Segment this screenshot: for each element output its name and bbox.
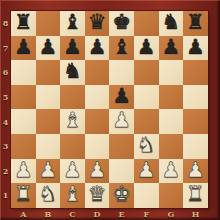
white-pawn-c2[interactable]: ♟ [63, 159, 82, 183]
square-e7[interactable]: ♝ [109, 36, 134, 61]
square-h4[interactable] [183, 109, 208, 134]
white-knight-f3[interactable]: ♞ [137, 134, 156, 158]
white-queen-d1[interactable]: ♛ [88, 183, 107, 207]
black-pawn-b7[interactable]: ♟ [38, 36, 57, 60]
rank-label-6: 6 [0, 60, 11, 85]
square-c4[interactable]: ♝ [60, 109, 85, 134]
square-b3[interactable] [36, 134, 61, 159]
square-a7[interactable]: ♟ [11, 36, 36, 61]
square-h7[interactable]: ♟ [183, 36, 208, 61]
black-pawn-h7[interactable]: ♟ [186, 36, 205, 60]
black-king-e8[interactable]: ♚ [112, 11, 131, 35]
square-b2[interactable]: ♟ [36, 159, 61, 184]
square-d8[interactable]: ♛ [85, 11, 110, 36]
black-pawn-e5[interactable]: ♟ [112, 85, 131, 109]
black-pawn-f7[interactable]: ♟ [137, 36, 156, 60]
black-pawn-g7[interactable]: ♟ [161, 36, 180, 60]
square-f4[interactable] [134, 109, 159, 134]
square-f8[interactable] [134, 11, 159, 36]
square-g3[interactable] [159, 134, 184, 159]
square-d5[interactable] [85, 85, 110, 110]
square-f7[interactable]: ♟ [134, 36, 159, 61]
square-g8[interactable]: ♞ [159, 11, 184, 36]
file-label-e: E [109, 208, 134, 220]
square-e5[interactable]: ♟ [109, 85, 134, 110]
white-bishop-c4[interactable]: ♝ [63, 109, 82, 133]
black-knight-c6[interactable]: ♞ [63, 60, 82, 84]
square-b5[interactable] [36, 85, 61, 110]
square-c3[interactable] [60, 134, 85, 159]
square-f2[interactable]: ♟ [134, 159, 159, 184]
square-h3[interactable] [183, 134, 208, 159]
rank-label-5: 5 [0, 85, 11, 110]
black-queen-d8[interactable]: ♛ [88, 11, 107, 35]
rank-label-7: 7 [0, 36, 11, 61]
square-g7[interactable]: ♟ [159, 36, 184, 61]
black-rook-a8[interactable]: ♜ [14, 11, 33, 35]
square-d7[interactable]: ♟ [85, 36, 110, 61]
square-f3[interactable]: ♞ [134, 134, 159, 159]
square-a6[interactable] [11, 60, 36, 85]
black-bishop-e7[interactable]: ♝ [112, 36, 131, 60]
square-d6[interactable] [85, 60, 110, 85]
square-f5[interactable] [134, 85, 159, 110]
rank-label-1: 1 [0, 183, 11, 208]
square-b1[interactable]: ♞ [36, 183, 61, 208]
rank-label-8: 8 [0, 11, 11, 36]
white-pawn-b2[interactable]: ♟ [38, 159, 57, 183]
black-knight-g8[interactable]: ♞ [161, 11, 180, 35]
file-label-g: G [159, 208, 184, 220]
square-e3[interactable] [109, 134, 134, 159]
square-h6[interactable] [183, 60, 208, 85]
white-pawn-f2[interactable]: ♟ [137, 159, 156, 183]
square-e8[interactable]: ♚ [109, 11, 134, 36]
square-g4[interactable] [159, 109, 184, 134]
white-pawn-e4[interactable]: ♟ [112, 109, 131, 133]
square-a5[interactable] [11, 85, 36, 110]
rank-label-4: 4 [0, 109, 11, 134]
white-king-e1[interactable]: ♚ [112, 183, 131, 207]
square-c1[interactable]: ♝ [60, 183, 85, 208]
white-pawn-d2[interactable]: ♟ [88, 159, 107, 183]
square-c5[interactable] [60, 85, 85, 110]
white-pawn-a2[interactable]: ♟ [14, 159, 33, 183]
square-g6[interactable] [159, 60, 184, 85]
chessboard: ♜♝♛♚♞♜♟♟♟♟♝♟♟♟♞♟♝♟♞♟♟♟♟♟♟♟♜♞♝♛♚♜ [11, 11, 208, 208]
white-pawn-h2[interactable]: ♟ [186, 159, 205, 183]
file-label-f: F [134, 208, 159, 220]
square-a8[interactable]: ♜ [11, 11, 36, 36]
square-f6[interactable] [134, 60, 159, 85]
square-c8[interactable]: ♝ [60, 11, 85, 36]
square-d1[interactable]: ♛ [85, 183, 110, 208]
black-pawn-a7[interactable]: ♟ [14, 36, 33, 60]
square-b7[interactable]: ♟ [36, 36, 61, 61]
rank-label-3: 3 [0, 134, 11, 159]
square-e4[interactable]: ♟ [109, 109, 134, 134]
square-b6[interactable] [36, 60, 61, 85]
file-label-h: H [183, 208, 208, 220]
black-pawn-c7[interactable]: ♟ [63, 36, 82, 60]
square-c7[interactable]: ♟ [60, 36, 85, 61]
rank-labels: 87654321 [0, 11, 11, 208]
square-c2[interactable]: ♟ [60, 159, 85, 184]
file-label-d: D [85, 208, 110, 220]
file-labels: ABCDEFGH [11, 208, 208, 220]
square-e6[interactable] [109, 60, 134, 85]
square-b4[interactable] [36, 109, 61, 134]
square-a4[interactable] [11, 109, 36, 134]
square-d3[interactable] [85, 134, 110, 159]
square-a3[interactable] [11, 134, 36, 159]
square-e2[interactable] [109, 159, 134, 184]
white-rook-a1[interactable]: ♜ [14, 183, 33, 207]
square-h2[interactable]: ♟ [183, 159, 208, 184]
square-a1[interactable]: ♜ [11, 183, 36, 208]
square-g2[interactable]: ♟ [159, 159, 184, 184]
white-rook-h1[interactable]: ♜ [186, 183, 205, 207]
square-d2[interactable]: ♟ [85, 159, 110, 184]
square-g1[interactable] [159, 183, 184, 208]
square-h1[interactable]: ♜ [183, 183, 208, 208]
square-c6[interactable]: ♞ [60, 60, 85, 85]
square-a2[interactable]: ♟ [11, 159, 36, 184]
white-knight-b1[interactable]: ♞ [38, 183, 57, 207]
file-label-b: B [36, 208, 61, 220]
square-d4[interactable] [85, 109, 110, 134]
square-h8[interactable]: ♜ [183, 11, 208, 36]
black-rook-h8[interactable]: ♜ [186, 11, 205, 35]
black-pawn-d7[interactable]: ♟ [88, 36, 107, 60]
file-label-a: A [11, 208, 36, 220]
square-e1[interactable]: ♚ [109, 183, 134, 208]
file-label-c: C [60, 208, 85, 220]
white-pawn-g2[interactable]: ♟ [161, 159, 180, 183]
square-g5[interactable] [159, 85, 184, 110]
black-bishop-c8[interactable]: ♝ [63, 11, 82, 35]
square-b8[interactable] [36, 11, 61, 36]
square-f1[interactable] [134, 183, 159, 208]
chessboard-frame: 87654321 ABCDEFGH ♜♝♛♚♞♜♟♟♟♟♝♟♟♟♞♟♝♟♞♟♟♟… [0, 0, 220, 220]
rank-label-2: 2 [0, 159, 11, 184]
white-bishop-c1[interactable]: ♝ [63, 183, 82, 207]
square-h5[interactable] [183, 85, 208, 110]
